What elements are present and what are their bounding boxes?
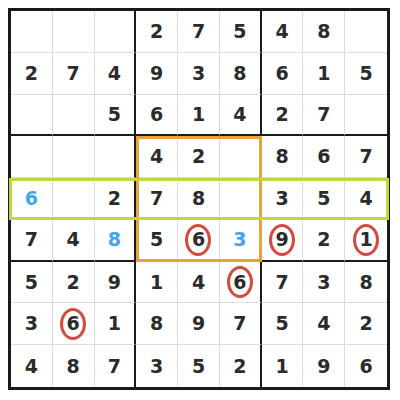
cell-r5c1[interactable]: 6 (11, 178, 53, 220)
given-digit: 8 (233, 64, 246, 83)
cell-r3c8[interactable]: 7 (303, 95, 345, 137)
cell-r7c2[interactable]: 2 (53, 262, 95, 304)
cell-r8c1[interactable]: 3 (11, 303, 53, 345)
cell-r4c2[interactable] (53, 136, 95, 178)
cell-r5c8[interactable]: 5 (303, 178, 345, 220)
cell-r6c4[interactable]: 5 (136, 220, 178, 262)
given-digit: 9 (317, 357, 330, 376)
cell-r8c4[interactable]: 8 (136, 303, 178, 345)
given-digit: 8 (67, 357, 80, 376)
given-digit: 7 (150, 189, 163, 208)
solver-digit: 8 (108, 230, 121, 249)
given-digit: 2 (25, 64, 38, 83)
given-digit: 1 (317, 64, 330, 83)
cell-r3c9[interactable] (345, 95, 387, 137)
given-digit: 2 (192, 147, 205, 166)
given-digit: 3 (317, 273, 330, 292)
given-digit: 7 (317, 105, 330, 124)
given-digit: 2 (67, 273, 80, 292)
cell-r4c6[interactable] (220, 136, 262, 178)
given-digit: 7 (25, 230, 38, 249)
given-digit: 4 (192, 273, 205, 292)
given-digit: 3 (150, 357, 163, 376)
given-digit: 7 (192, 22, 205, 41)
cell-r2c9[interactable]: 5 (345, 53, 387, 95)
cell-r9c8[interactable]: 9 (303, 345, 345, 387)
given-digit: 5 (359, 64, 372, 83)
given-digit: 3 (275, 189, 288, 208)
cell-r1c8[interactable]: 8 (303, 11, 345, 53)
cell-r2c1[interactable]: 2 (11, 53, 53, 95)
given-digit: 4 (359, 189, 372, 208)
given-digit: 9 (192, 314, 205, 333)
given-digit: 7 (108, 357, 121, 376)
cell-r7c4[interactable]: 1 (136, 262, 178, 304)
cell-r9c3[interactable]: 7 (95, 345, 137, 387)
given-digit: 5 (25, 273, 38, 292)
given-digit: 4 (25, 357, 38, 376)
given-digit: 1 (108, 314, 121, 333)
cell-r8c3[interactable]: 1 (95, 303, 137, 345)
sudoku-board: 2754827493861556142742867627835474856392… (8, 8, 390, 390)
given-digit: 2 (275, 105, 288, 124)
cell-r5c6[interactable] (220, 178, 262, 220)
cell-r2c8[interactable]: 1 (303, 53, 345, 95)
given-digit: 8 (150, 314, 163, 333)
cell-r4c3[interactable] (95, 136, 137, 178)
given-digit: 5 (150, 230, 163, 249)
cell-r6c7[interactable]: 9 (262, 220, 304, 262)
given-digit: 2 (150, 22, 163, 41)
cell-r2c7[interactable]: 6 (262, 53, 304, 95)
given-digit: 6 (233, 273, 246, 292)
given-digit: 1 (359, 230, 372, 249)
given-digit: 7 (233, 314, 246, 333)
given-digit: 2 (233, 357, 246, 376)
solver-digit: 6 (25, 189, 38, 208)
cell-r9c7[interactable]: 1 (262, 345, 304, 387)
cell-r2c3[interactable]: 4 (95, 53, 137, 95)
given-digit: 5 (275, 314, 288, 333)
given-digit: 2 (359, 314, 372, 333)
cell-r8c8[interactable]: 4 (303, 303, 345, 345)
cell-r7c5[interactable]: 4 (178, 262, 220, 304)
given-digit: 6 (67, 314, 80, 333)
cell-r8c7[interactable]: 5 (262, 303, 304, 345)
cell-r7c7[interactable]: 7 (262, 262, 304, 304)
cell-r1c9[interactable] (345, 11, 387, 53)
cell-r4c7[interactable]: 8 (262, 136, 304, 178)
given-digit: 8 (192, 189, 205, 208)
given-digit: 1 (275, 357, 288, 376)
given-digit: 6 (359, 357, 372, 376)
given-digit: 4 (317, 314, 330, 333)
cell-r6c3[interactable]: 8 (95, 220, 137, 262)
given-digit: 5 (108, 105, 121, 124)
cell-r3c7[interactable]: 2 (262, 95, 304, 137)
cell-r5c5[interactable]: 8 (178, 178, 220, 220)
given-digit: 6 (150, 105, 163, 124)
given-digit: 4 (150, 147, 163, 166)
cell-r3c3[interactable]: 5 (95, 95, 137, 137)
given-digit: 9 (150, 64, 163, 83)
cell-r4c1[interactable] (11, 136, 53, 178)
cell-r8c6[interactable]: 7 (220, 303, 262, 345)
cell-r1c3[interactable] (95, 11, 137, 53)
given-digit: 4 (67, 230, 80, 249)
cell-r2c6[interactable]: 8 (220, 53, 262, 95)
cell-r4c8[interactable]: 6 (303, 136, 345, 178)
given-digit: 4 (233, 105, 246, 124)
cell-r8c2[interactable]: 6 (53, 303, 95, 345)
given-digit: 9 (108, 273, 121, 292)
cell-r6c8[interactable]: 2 (303, 220, 345, 262)
given-digit: 8 (275, 147, 288, 166)
given-digit: 2 (317, 230, 330, 249)
cell-r5c4[interactable]: 7 (136, 178, 178, 220)
given-digit: 2 (108, 189, 121, 208)
cell-r6c5[interactable]: 6 (178, 220, 220, 262)
cell-r1c2[interactable] (53, 11, 95, 53)
cell-r9c2[interactable]: 8 (53, 345, 95, 387)
cell-r9c1[interactable]: 4 (11, 345, 53, 387)
given-digit: 3 (25, 314, 38, 333)
cell-r1c5[interactable]: 7 (178, 11, 220, 53)
solver-digit: 3 (233, 230, 246, 249)
cell-r4c9[interactable]: 7 (345, 136, 387, 178)
given-digit: 3 (192, 64, 205, 83)
given-digit: 6 (192, 230, 205, 249)
cell-r6c2[interactable]: 4 (53, 220, 95, 262)
cell-r1c4[interactable]: 2 (136, 11, 178, 53)
cell-r4c4[interactable]: 4 (136, 136, 178, 178)
given-digit: 1 (192, 105, 205, 124)
cell-r4c5[interactable]: 2 (178, 136, 220, 178)
cell-r9c9[interactable]: 6 (345, 345, 387, 387)
cell-r9c6[interactable]: 2 (220, 345, 262, 387)
given-digit: 8 (359, 273, 372, 292)
cell-r8c5[interactable]: 9 (178, 303, 220, 345)
cell-r3c6[interactable]: 4 (220, 95, 262, 137)
given-digit: 6 (317, 147, 330, 166)
sudoku-board-container: 2754827493861556142742867627835474856392… (8, 8, 390, 390)
given-digit: 9 (275, 230, 288, 249)
cell-r5c9[interactable]: 4 (345, 178, 387, 220)
given-digit: 5 (233, 22, 246, 41)
given-digit: 1 (150, 273, 163, 292)
cell-r2c2[interactable]: 7 (53, 53, 95, 95)
cell-r8c9[interactable]: 2 (345, 303, 387, 345)
cell-r1c7[interactable]: 4 (262, 11, 304, 53)
given-digit: 5 (192, 357, 205, 376)
cell-r5c2[interactable] (53, 178, 95, 220)
cell-r3c2[interactable] (53, 95, 95, 137)
cell-r7c6[interactable]: 6 (220, 262, 262, 304)
cell-r3c5[interactable]: 1 (178, 95, 220, 137)
cell-r3c1[interactable] (11, 95, 53, 137)
given-digit: 4 (108, 64, 121, 83)
cell-r2c4[interactable]: 9 (136, 53, 178, 95)
cell-r7c1[interactable]: 5 (11, 262, 53, 304)
cell-r5c3[interactable]: 2 (95, 178, 137, 220)
cell-r3c4[interactable]: 6 (136, 95, 178, 137)
given-digit: 8 (317, 22, 330, 41)
given-digit: 4 (275, 22, 288, 41)
given-digit: 7 (275, 273, 288, 292)
cell-r1c1[interactable] (11, 11, 53, 53)
given-digit: 5 (317, 189, 330, 208)
cell-r6c1[interactable]: 7 (11, 220, 53, 262)
cell-r6c6[interactable]: 3 (220, 220, 262, 262)
given-digit: 6 (275, 64, 288, 83)
cell-r9c4[interactable]: 3 (136, 345, 178, 387)
cell-r7c9[interactable]: 8 (345, 262, 387, 304)
cell-r7c8[interactable]: 3 (303, 262, 345, 304)
cell-r5c7[interactable]: 3 (262, 178, 304, 220)
given-digit: 7 (67, 64, 80, 83)
given-digit: 7 (359, 147, 372, 166)
cell-r2c5[interactable]: 3 (178, 53, 220, 95)
cell-r7c3[interactable]: 9 (95, 262, 137, 304)
cell-r1c6[interactable]: 5 (220, 11, 262, 53)
cell-r9c5[interactable]: 5 (178, 345, 220, 387)
cell-r6c9[interactable]: 1 (345, 220, 387, 262)
